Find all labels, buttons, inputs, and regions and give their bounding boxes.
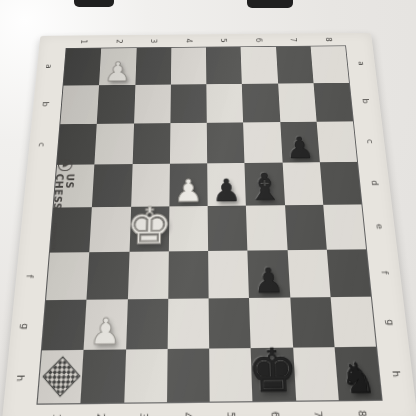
square-c6 bbox=[243, 122, 282, 163]
square-a6 bbox=[241, 47, 278, 84]
us-chess-logo-subtext: FEDERATION bbox=[51, 223, 57, 251]
square-h7 bbox=[293, 347, 339, 400]
square-g1 bbox=[42, 300, 87, 351]
square-d3 bbox=[131, 164, 170, 207]
square-b8 bbox=[313, 83, 353, 122]
square-d2 bbox=[92, 164, 132, 207]
square-a3 bbox=[135, 48, 171, 85]
square-h3 bbox=[124, 349, 168, 403]
square-f5 bbox=[208, 251, 249, 299]
square-c3 bbox=[132, 123, 170, 164]
square-e3: ♚ bbox=[129, 206, 169, 251]
square-b7 bbox=[278, 83, 317, 122]
square-c2 bbox=[95, 124, 134, 165]
black-pawn-piece: ♟ bbox=[212, 175, 241, 206]
square-c7: ♟ bbox=[280, 122, 320, 163]
square-a4 bbox=[171, 47, 207, 84]
square-b2 bbox=[97, 85, 135, 124]
square-h6: ♚ bbox=[251, 348, 296, 401]
square-g3 bbox=[126, 299, 168, 350]
square-b3 bbox=[134, 85, 171, 124]
black-king-piece: ♚ bbox=[247, 341, 300, 401]
square-g7 bbox=[290, 297, 335, 348]
white-pawn-piece: ♟ bbox=[104, 58, 132, 85]
white-king-piece: ♚ bbox=[125, 201, 172, 252]
board-photo: 12345678 12345678 abcfgh abcdefgh ♞ US C… bbox=[0, 0, 416, 416]
black-pawn-piece: ♟ bbox=[285, 133, 315, 163]
square-h4 bbox=[167, 349, 210, 403]
checkered-diamond-logo bbox=[42, 356, 80, 397]
square-f2 bbox=[87, 252, 129, 300]
square-c5 bbox=[207, 122, 245, 163]
square-f4 bbox=[168, 251, 209, 299]
square-g6 bbox=[249, 298, 292, 349]
offboard-object bbox=[247, 0, 293, 8]
square-d6: ♝ bbox=[245, 163, 285, 206]
square-a8 bbox=[310, 46, 349, 83]
black-bishop-piece: ♝ bbox=[246, 168, 282, 206]
square-e4 bbox=[169, 206, 209, 251]
square-a7 bbox=[276, 47, 314, 84]
chess-board: 12345678 12345678 abcfgh abcdefgh ♞ US C… bbox=[1, 33, 416, 416]
square-b1 bbox=[60, 85, 99, 124]
knight-circle-icon: ♞ bbox=[58, 159, 73, 171]
offboard-object bbox=[74, 0, 114, 7]
us-chess-logo-text: US CHESS bbox=[51, 174, 76, 220]
square-h5 bbox=[209, 348, 253, 402]
square-g2: ♟ bbox=[84, 299, 128, 350]
square-g4 bbox=[167, 298, 209, 349]
square-b6 bbox=[242, 84, 280, 123]
square-h1 bbox=[38, 350, 84, 404]
square-e6 bbox=[246, 205, 287, 250]
square-g8 bbox=[330, 297, 376, 347]
square-h2 bbox=[81, 349, 126, 403]
square-a2: ♟ bbox=[99, 48, 136, 85]
square-e8 bbox=[323, 204, 366, 249]
square-b5 bbox=[206, 84, 243, 123]
square-e5 bbox=[208, 206, 248, 251]
square-d7 bbox=[282, 162, 323, 205]
square-a5 bbox=[206, 47, 242, 84]
square-a1 bbox=[64, 48, 102, 85]
square-f1 bbox=[46, 252, 89, 300]
white-pawn-piece: ♟ bbox=[89, 313, 122, 350]
white-pawn-piece: ♟ bbox=[174, 175, 203, 206]
board-grid: ♟♟♟♟♝♚♟♟♚♞ bbox=[36, 45, 382, 404]
square-g5 bbox=[209, 298, 251, 349]
square-f3 bbox=[127, 251, 168, 299]
square-d4: ♟ bbox=[169, 163, 207, 206]
square-d8 bbox=[320, 162, 362, 205]
square-b4 bbox=[170, 84, 207, 123]
square-c4 bbox=[170, 123, 208, 164]
square-c8 bbox=[316, 121, 357, 162]
square-f8 bbox=[327, 249, 371, 297]
square-d5: ♟ bbox=[207, 163, 246, 206]
square-h8: ♞ bbox=[334, 347, 381, 400]
square-f7 bbox=[287, 250, 330, 298]
black-knight-piece: ♞ bbox=[339, 358, 378, 400]
square-f6: ♟ bbox=[248, 250, 290, 298]
square-e2 bbox=[90, 207, 131, 252]
square-e7 bbox=[285, 205, 327, 250]
black-pawn-piece: ♟ bbox=[253, 263, 285, 298]
